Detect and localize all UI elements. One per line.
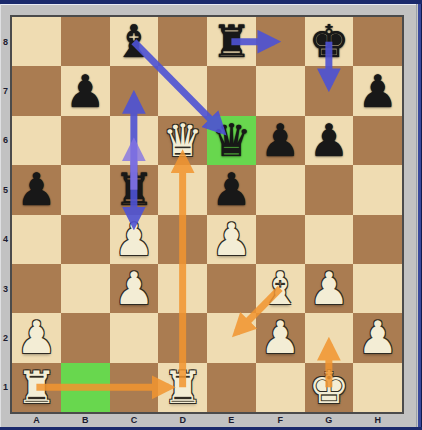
chess-board[interactable]: ♝♜♚♟♟♛♛♟♟♟♜♟♟♟♟♝♟♟♟♟♜♜♚ [12, 17, 402, 412]
square-a3[interactable] [12, 264, 61, 313]
square-b7[interactable]: ♟ [61, 66, 110, 115]
square-e8[interactable]: ♜ [207, 17, 256, 66]
square-d6[interactable]: ♛ [158, 116, 207, 165]
square-h7[interactable]: ♟ [353, 66, 402, 115]
square-f7[interactable] [256, 66, 305, 115]
black-queen[interactable]: ♛ [211, 118, 251, 163]
white-bishop[interactable]: ♝ [260, 266, 300, 311]
square-b6[interactable] [61, 116, 110, 165]
file-label-b: B [61, 412, 110, 427]
black-rook[interactable]: ♜ [114, 167, 154, 212]
square-a8[interactable] [12, 17, 61, 66]
file-label-d: D [158, 412, 207, 427]
square-b2[interactable] [61, 313, 110, 362]
square-g4[interactable] [305, 215, 354, 264]
square-c2[interactable] [110, 313, 159, 362]
square-c1[interactable] [110, 363, 159, 412]
black-pawn[interactable]: ♟ [16, 167, 56, 212]
file-labels: ABCDEFGH [12, 412, 402, 427]
file-label-g: G [305, 412, 354, 427]
black-pawn[interactable]: ♟ [65, 69, 105, 114]
square-f5[interactable] [256, 165, 305, 214]
square-e7[interactable] [207, 66, 256, 115]
window-right-border [416, 4, 422, 427]
white-pawn[interactable]: ♟ [114, 217, 154, 262]
square-h4[interactable] [353, 215, 402, 264]
square-c7[interactable] [110, 66, 159, 115]
square-a6[interactable] [12, 116, 61, 165]
square-a4[interactable] [12, 215, 61, 264]
white-queen[interactable]: ♛ [162, 118, 202, 163]
white-rook[interactable]: ♜ [162, 365, 202, 410]
square-f8[interactable] [256, 17, 305, 66]
file-label-c: C [110, 412, 159, 427]
square-g6[interactable]: ♟ [305, 116, 354, 165]
square-a5[interactable]: ♟ [12, 165, 61, 214]
square-g5[interactable] [305, 165, 354, 214]
square-f6[interactable]: ♟ [256, 116, 305, 165]
white-pawn[interactable]: ♟ [211, 217, 251, 262]
black-king[interactable]: ♚ [309, 19, 349, 64]
black-pawn[interactable]: ♟ [211, 167, 251, 212]
square-g8[interactable]: ♚ [305, 17, 354, 66]
square-a7[interactable] [12, 66, 61, 115]
square-b8[interactable] [61, 17, 110, 66]
square-e3[interactable] [207, 264, 256, 313]
square-h3[interactable] [353, 264, 402, 313]
file-label-a: A [12, 412, 61, 427]
square-d7[interactable] [158, 66, 207, 115]
square-h6[interactable] [353, 116, 402, 165]
square-h1[interactable] [353, 363, 402, 412]
square-f4[interactable] [256, 215, 305, 264]
square-b5[interactable] [61, 165, 110, 214]
square-d8[interactable] [158, 17, 207, 66]
square-c4[interactable]: ♟ [110, 215, 159, 264]
white-rook[interactable]: ♜ [16, 365, 56, 410]
square-c8[interactable]: ♝ [110, 17, 159, 66]
black-rook[interactable]: ♜ [211, 19, 251, 64]
square-g7[interactable] [305, 66, 354, 115]
square-b3[interactable] [61, 264, 110, 313]
square-h8[interactable] [353, 17, 402, 66]
square-d5[interactable] [158, 165, 207, 214]
square-d4[interactable] [158, 215, 207, 264]
square-c6[interactable] [110, 116, 159, 165]
window-top-highlight [0, 4, 422, 5]
square-h5[interactable] [353, 165, 402, 214]
black-pawn[interactable]: ♟ [357, 69, 397, 114]
square-a2[interactable]: ♟ [12, 313, 61, 362]
white-pawn[interactable]: ♟ [114, 266, 154, 311]
black-pawn[interactable]: ♟ [260, 118, 300, 163]
square-g1[interactable]: ♚ [305, 363, 354, 412]
square-e6[interactable]: ♛ [207, 116, 256, 165]
square-d3[interactable] [158, 264, 207, 313]
square-c5[interactable]: ♜ [110, 165, 159, 214]
square-e4[interactable]: ♟ [207, 215, 256, 264]
white-pawn[interactable]: ♟ [260, 315, 300, 360]
file-label-e: E [207, 412, 256, 427]
square-g2[interactable] [305, 313, 354, 362]
square-g3[interactable]: ♟ [305, 264, 354, 313]
square-e5[interactable]: ♟ [207, 165, 256, 214]
white-pawn[interactable]: ♟ [16, 315, 56, 360]
square-f3[interactable]: ♝ [256, 264, 305, 313]
white-pawn[interactable]: ♟ [309, 266, 349, 311]
square-h2[interactable]: ♟ [353, 313, 402, 362]
file-label-h: H [353, 412, 402, 427]
square-f2[interactable]: ♟ [256, 313, 305, 362]
square-e1[interactable] [207, 363, 256, 412]
square-d2[interactable] [158, 313, 207, 362]
square-a1[interactable]: ♜ [12, 363, 61, 412]
square-d1[interactable]: ♜ [158, 363, 207, 412]
square-e2[interactable] [207, 313, 256, 362]
white-pawn[interactable]: ♟ [357, 315, 397, 360]
file-label-f: F [256, 412, 305, 427]
black-bishop[interactable]: ♝ [114, 19, 154, 64]
square-b1[interactable] [61, 363, 110, 412]
board-border: ♝♜♚♟♟♛♛♟♟♟♜♟♟♟♟♝♟♟♟♟♜♜♚ [10, 15, 404, 414]
black-pawn[interactable]: ♟ [309, 118, 349, 163]
square-c3[interactable]: ♟ [110, 264, 159, 313]
square-f1[interactable] [256, 363, 305, 412]
white-king[interactable]: ♚ [309, 365, 349, 410]
chessboard-window: 87654321 ♝♜♚♟♟♛♛♟♟♟♜♟♟♟♟♝♟♟♟♟♜♜♚ ABCDEFG… [0, 0, 422, 430]
square-b4[interactable] [61, 215, 110, 264]
